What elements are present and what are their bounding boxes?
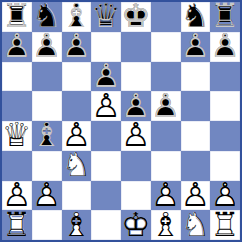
square-e5[interactable]: ♟♙ (121, 91, 151, 121)
black-queen-glyph-fill: ♛ (91, 1, 121, 31)
piece-black-bishop[interactable]: ♝♗ (62, 2, 92, 32)
black-pawn-glyph-outline: ♙ (32, 30, 62, 60)
square-g6[interactable] (181, 62, 211, 92)
chess-board: ♜♖♞♘♝♗♛♕♚♔♞♘♜♖♟♙♟♙♟♙♟♙♟♙♟♙♟♙♟♙♟♙♛♕♝♗♟♙♟♙… (0, 0, 242, 242)
square-g1[interactable]: ♞♘ (181, 210, 211, 240)
piece-black-knight[interactable]: ♞♘ (32, 2, 62, 32)
white-rook-glyph-fill: ♜ (210, 209, 240, 239)
white-king-glyph-outline: ♔ (121, 209, 151, 239)
square-a5[interactable] (2, 91, 32, 121)
square-h5[interactable] (210, 91, 240, 121)
square-c5[interactable] (62, 91, 92, 121)
black-pawn-glyph-fill: ♟ (210, 30, 240, 60)
square-a7[interactable]: ♟♙ (2, 32, 32, 62)
square-b2[interactable]: ♟♙ (32, 181, 62, 211)
white-pawn-glyph-fill: ♟ (32, 179, 62, 209)
white-pawn-glyph-fill: ♟ (91, 90, 121, 120)
white-knight-glyph-outline: ♘ (62, 149, 92, 179)
square-f4[interactable] (151, 121, 181, 151)
white-knight-glyph-fill: ♞ (181, 209, 211, 239)
square-d3[interactable] (91, 151, 121, 181)
square-e8[interactable]: ♚♔ (121, 2, 151, 32)
square-d5[interactable]: ♟♙ (91, 91, 121, 121)
white-pawn-glyph-outline: ♙ (32, 179, 62, 209)
square-c6[interactable] (62, 62, 92, 92)
black-rook-glyph-outline: ♖ (2, 1, 32, 31)
square-e6[interactable] (121, 62, 151, 92)
piece-white-king[interactable]: ♚♔ (121, 210, 151, 240)
black-pawn-glyph-outline: ♙ (62, 30, 92, 60)
white-pawn-glyph-outline: ♙ (91, 90, 121, 120)
square-f2[interactable]: ♟♙ (151, 181, 181, 211)
square-b3[interactable] (32, 151, 62, 181)
piece-black-pawn[interactable]: ♟♙ (151, 91, 181, 121)
white-bishop-glyph-fill: ♝ (62, 209, 92, 239)
black-pawn-glyph-outline: ♙ (151, 90, 181, 120)
white-pawn-glyph-outline: ♙ (181, 179, 211, 209)
square-g8[interactable]: ♞♘ (181, 2, 211, 32)
white-pawn-glyph-fill: ♟ (210, 179, 240, 209)
square-f6[interactable] (151, 62, 181, 92)
square-f7[interactable] (151, 32, 181, 62)
white-rook-glyph-fill: ♜ (2, 209, 32, 239)
black-pawn-glyph-fill: ♟ (62, 30, 92, 60)
black-pawn-glyph-fill: ♟ (151, 90, 181, 120)
black-pawn-glyph-outline: ♙ (2, 30, 32, 60)
piece-white-bishop[interactable]: ♝♗ (151, 210, 181, 240)
white-knight-glyph-outline: ♘ (181, 209, 211, 239)
square-e4[interactable]: ♟♙ (121, 121, 151, 151)
white-queen-glyph-outline: ♕ (2, 120, 32, 150)
black-rook-glyph-outline: ♖ (210, 1, 240, 31)
white-pawn-glyph-fill: ♟ (181, 179, 211, 209)
piece-black-rook[interactable]: ♜♖ (2, 2, 32, 32)
white-knight-glyph-fill: ♞ (62, 149, 92, 179)
square-a6[interactable] (2, 62, 32, 92)
black-king-glyph-fill: ♚ (121, 1, 151, 31)
square-b5[interactable] (32, 91, 62, 121)
square-g7[interactable]: ♟♙ (181, 32, 211, 62)
square-h2[interactable]: ♟♙ (210, 181, 240, 211)
square-e7[interactable] (121, 32, 151, 62)
white-bishop-glyph-fill: ♝ (151, 209, 181, 239)
square-e2[interactable] (121, 181, 151, 211)
square-d6[interactable]: ♟♙ (91, 62, 121, 92)
piece-black-king[interactable]: ♚♔ (121, 2, 151, 32)
black-pawn-glyph-fill: ♟ (181, 30, 211, 60)
white-pawn-glyph-outline: ♙ (151, 179, 181, 209)
white-pawn-glyph-fill: ♟ (2, 179, 32, 209)
black-pawn-glyph-outline: ♙ (121, 90, 151, 120)
square-c8[interactable]: ♝♗ (62, 2, 92, 32)
white-rook-glyph-outline: ♖ (2, 209, 32, 239)
black-knight-glyph-fill: ♞ (32, 1, 62, 31)
square-d1[interactable] (91, 210, 121, 240)
square-g2[interactable]: ♟♙ (181, 181, 211, 211)
piece-white-pawn[interactable]: ♟♙ (181, 181, 211, 211)
square-a1[interactable]: ♜♖ (2, 210, 32, 240)
white-king-glyph-fill: ♚ (121, 209, 151, 239)
square-a3[interactable] (2, 151, 32, 181)
black-bishop-glyph-outline: ♗ (62, 1, 92, 31)
square-h8[interactable]: ♜♖ (210, 2, 240, 32)
square-h3[interactable] (210, 151, 240, 181)
piece-white-pawn[interactable]: ♟♙ (91, 91, 121, 121)
square-e3[interactable] (121, 151, 151, 181)
square-d7[interactable] (91, 32, 121, 62)
white-pawn-glyph-fill: ♟ (151, 179, 181, 209)
piece-black-pawn[interactable]: ♟♙ (2, 32, 32, 62)
black-pawn-glyph-fill: ♟ (2, 30, 32, 60)
piece-white-pawn[interactable]: ♟♙ (210, 181, 240, 211)
piece-black-pawn[interactable]: ♟♙ (62, 32, 92, 62)
square-c7[interactable]: ♟♙ (62, 32, 92, 62)
piece-white-rook[interactable]: ♜♖ (210, 210, 240, 240)
piece-black-pawn[interactable]: ♟♙ (121, 91, 151, 121)
square-g5[interactable] (181, 91, 211, 121)
black-pawn-glyph-outline: ♙ (91, 60, 121, 90)
piece-black-bishop[interactable]: ♝♗ (32, 121, 62, 151)
piece-white-pawn[interactable]: ♟♙ (121, 121, 151, 151)
square-g3[interactable] (181, 151, 211, 181)
square-d2[interactable] (91, 181, 121, 211)
square-e1[interactable]: ♚♔ (121, 210, 151, 240)
black-bishop-glyph-fill: ♝ (62, 1, 92, 31)
square-h7[interactable]: ♟♙ (210, 32, 240, 62)
square-f1[interactable]: ♝♗ (151, 210, 181, 240)
piece-black-knight[interactable]: ♞♘ (181, 2, 211, 32)
black-pawn-glyph-fill: ♟ (91, 60, 121, 90)
piece-white-queen[interactable]: ♛♕ (2, 121, 32, 151)
square-c2[interactable] (62, 181, 92, 211)
square-h4[interactable] (210, 121, 240, 151)
white-bishop-glyph-outline: ♗ (151, 209, 181, 239)
black-rook-glyph-fill: ♜ (2, 1, 32, 31)
black-knight-glyph-outline: ♘ (32, 1, 62, 31)
square-h6[interactable] (210, 62, 240, 92)
black-pawn-glyph-fill: ♟ (32, 30, 62, 60)
square-c4[interactable]: ♟♙ (62, 121, 92, 151)
square-b6[interactable] (32, 62, 62, 92)
square-c1[interactable]: ♝♗ (62, 210, 92, 240)
black-queen-glyph-outline: ♕ (91, 1, 121, 31)
piece-white-pawn[interactable]: ♟♙ (32, 181, 62, 211)
piece-white-pawn[interactable]: ♟♙ (62, 121, 92, 151)
black-bishop-glyph-outline: ♗ (32, 120, 62, 150)
white-bishop-glyph-outline: ♗ (62, 209, 92, 239)
piece-white-knight[interactable]: ♞♘ (62, 151, 92, 181)
piece-white-pawn[interactable]: ♟♙ (2, 181, 32, 211)
square-b8[interactable]: ♞♘ (32, 2, 62, 32)
piece-white-rook[interactable]: ♜♖ (2, 210, 32, 240)
square-b1[interactable] (32, 210, 62, 240)
piece-white-knight[interactable]: ♞♘ (181, 210, 211, 240)
black-king-glyph-outline: ♔ (121, 1, 151, 31)
piece-black-pawn[interactable]: ♟♙ (181, 32, 211, 62)
square-h1[interactable]: ♜♖ (210, 210, 240, 240)
piece-black-pawn[interactable]: ♟♙ (91, 62, 121, 92)
square-g4[interactable] (181, 121, 211, 151)
white-pawn-glyph-fill: ♟ (121, 120, 151, 150)
piece-black-pawn[interactable]: ♟♙ (210, 32, 240, 62)
square-a4[interactable]: ♛♕ (2, 121, 32, 151)
square-a8[interactable]: ♜♖ (2, 2, 32, 32)
black-pawn-glyph-outline: ♙ (210, 30, 240, 60)
black-bishop-glyph-fill: ♝ (32, 120, 62, 150)
black-knight-glyph-outline: ♘ (181, 1, 211, 31)
white-pawn-glyph-fill: ♟ (62, 120, 92, 150)
white-rook-glyph-outline: ♖ (210, 209, 240, 239)
square-b4[interactable]: ♝♗ (32, 121, 62, 151)
piece-black-pawn[interactable]: ♟♙ (32, 32, 62, 62)
white-pawn-glyph-outline: ♙ (62, 120, 92, 150)
piece-black-queen[interactable]: ♛♕ (91, 2, 121, 32)
white-pawn-glyph-outline: ♙ (210, 179, 240, 209)
white-pawn-glyph-outline: ♙ (121, 120, 151, 150)
piece-white-pawn[interactable]: ♟♙ (151, 181, 181, 211)
piece-white-bishop[interactable]: ♝♗ (62, 210, 92, 240)
square-b7[interactable]: ♟♙ (32, 32, 62, 62)
square-f8[interactable] (151, 2, 181, 32)
black-knight-glyph-fill: ♞ (181, 1, 211, 31)
black-pawn-glyph-fill: ♟ (121, 90, 151, 120)
black-rook-glyph-fill: ♜ (210, 1, 240, 31)
square-d4[interactable] (91, 121, 121, 151)
square-f5[interactable]: ♟♙ (151, 91, 181, 121)
black-pawn-glyph-outline: ♙ (181, 30, 211, 60)
white-pawn-glyph-outline: ♙ (2, 179, 32, 209)
white-queen-glyph-fill: ♛ (2, 120, 32, 150)
piece-black-rook[interactable]: ♜♖ (210, 2, 240, 32)
square-f3[interactable] (151, 151, 181, 181)
square-a2[interactable]: ♟♙ (2, 181, 32, 211)
square-d8[interactable]: ♛♕ (91, 2, 121, 32)
square-c3[interactable]: ♞♘ (62, 151, 92, 181)
